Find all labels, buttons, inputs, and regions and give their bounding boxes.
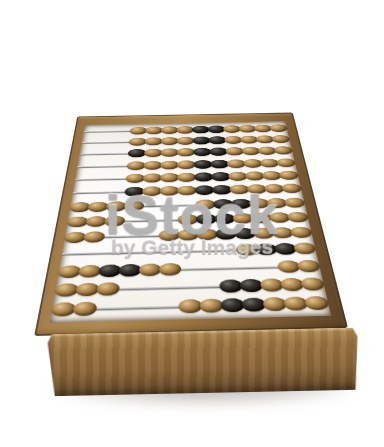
bead-tan[interactable] bbox=[271, 135, 290, 143]
left-bead-cluster bbox=[55, 282, 119, 297]
bead-tan[interactable] bbox=[297, 260, 321, 273]
bead-tan[interactable] bbox=[269, 124, 287, 132]
bead-tan[interactable] bbox=[284, 197, 306, 207]
bead-tan[interactable] bbox=[159, 230, 180, 241]
bead-tan[interactable] bbox=[300, 277, 325, 290]
bead-tan[interactable] bbox=[200, 299, 224, 313]
bead-tan[interactable] bbox=[276, 158, 296, 167]
right-bead-cluster bbox=[178, 212, 308, 225]
bead-black[interactable] bbox=[128, 149, 146, 158]
bead-tan[interactable] bbox=[177, 173, 196, 182]
bead-tan[interactable] bbox=[127, 161, 146, 170]
bead-tan[interactable] bbox=[304, 296, 330, 310]
bead-tan[interactable] bbox=[177, 137, 195, 145]
bead-tan[interactable] bbox=[177, 148, 195, 156]
bead-tan[interactable] bbox=[177, 126, 194, 134]
bead-tan[interactable] bbox=[144, 149, 162, 157]
bead-tan[interactable] bbox=[274, 146, 293, 154]
right-bead-cluster bbox=[220, 277, 324, 292]
bead-tan[interactable] bbox=[96, 282, 120, 296]
abacus-scene bbox=[35, 0, 349, 332]
bead-tan[interactable] bbox=[160, 186, 179, 196]
bead-tan[interactable] bbox=[287, 212, 309, 223]
bead-tan[interactable] bbox=[279, 171, 299, 180]
bead-black[interactable] bbox=[124, 187, 144, 197]
right-bead-cluster bbox=[237, 243, 316, 256]
bead-black[interactable] bbox=[219, 279, 243, 292]
bead-tan[interactable] bbox=[178, 214, 198, 225]
bead-black[interactable] bbox=[195, 185, 215, 195]
bead-tan[interactable] bbox=[179, 299, 203, 313]
bead-tan[interactable] bbox=[161, 137, 179, 145]
wood-grain bbox=[47, 328, 358, 396]
bead-black[interactable] bbox=[196, 214, 217, 225]
frame-front-rail bbox=[47, 328, 358, 396]
abacus-frame bbox=[34, 113, 348, 336]
bead-tan[interactable] bbox=[160, 173, 179, 182]
bead-tan[interactable] bbox=[142, 186, 161, 196]
bead-tan[interactable] bbox=[145, 137, 163, 145]
bead-tan[interactable] bbox=[72, 302, 97, 316]
bead-tan[interactable] bbox=[145, 126, 162, 134]
right-bead-cluster bbox=[278, 260, 320, 273]
bead-tan[interactable] bbox=[281, 184, 302, 194]
bead-black[interactable] bbox=[119, 264, 142, 277]
bead-tan[interactable] bbox=[159, 263, 181, 276]
left-bead-cluster bbox=[70, 201, 143, 212]
bead-tan[interactable] bbox=[104, 216, 125, 227]
right-bead-cluster bbox=[180, 296, 329, 313]
bead-tan[interactable] bbox=[195, 199, 215, 209]
bead-tan[interactable] bbox=[143, 173, 162, 182]
bead-tan[interactable] bbox=[160, 160, 178, 169]
bead-black[interactable] bbox=[221, 298, 245, 312]
bead-tan[interactable] bbox=[290, 227, 313, 238]
bead-tan[interactable] bbox=[125, 174, 144, 183]
bead-tan[interactable] bbox=[143, 161, 162, 170]
bead-tan[interactable] bbox=[178, 229, 199, 240]
bead-tan[interactable] bbox=[197, 229, 218, 240]
bead-tan[interactable] bbox=[139, 263, 161, 276]
bead-tan[interactable] bbox=[293, 243, 317, 255]
left-bead-cluster bbox=[67, 216, 124, 228]
bead-black[interactable] bbox=[98, 264, 121, 277]
left-bead-cluster bbox=[65, 231, 105, 243]
bead-tan[interactable] bbox=[177, 186, 196, 196]
photo-stage: iStock by Getty Images bbox=[0, 0, 384, 447]
bead-tan[interactable] bbox=[161, 148, 179, 156]
bead-tan[interactable] bbox=[177, 160, 195, 169]
bead-tan[interactable] bbox=[161, 126, 178, 134]
right-bead-cluster bbox=[125, 184, 301, 197]
right-bead-cluster bbox=[196, 197, 305, 209]
bead-field bbox=[50, 121, 332, 323]
bead-tan[interactable] bbox=[83, 231, 105, 243]
right-bead-cluster bbox=[160, 227, 312, 241]
bead-tan[interactable] bbox=[124, 201, 144, 211]
left-bead-cluster bbox=[52, 302, 97, 317]
left-bead-cluster bbox=[58, 263, 180, 278]
